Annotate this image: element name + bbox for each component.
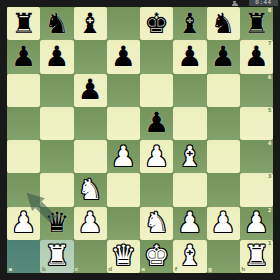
white-pawn: ♟ [207,207,240,240]
coord-file-a: a [9,267,13,273]
coord-rank-2: 2 [268,208,272,214]
coord-file-g: g [208,267,212,273]
square-f5[interactable] [173,107,206,140]
white-pawn: ♟ [140,140,173,173]
square-h3[interactable]: 3 [240,173,273,206]
white-rook: ♜ [240,240,273,273]
square-g6[interactable] [207,74,240,107]
black-pawn: ♟ [107,40,140,73]
coord-file-d: d [108,267,112,273]
square-g2[interactable]: ♟ [207,207,240,240]
square-b1[interactable]: ♜b [40,240,73,273]
square-c2[interactable]: ♟ [74,207,107,240]
square-e8[interactable]: ♚ [140,7,173,40]
square-g3[interactable] [207,173,240,206]
coord-rank-4: 4 [268,141,272,147]
white-queen: ♛ [107,240,140,273]
square-e7[interactable] [140,40,173,73]
coord-file-e: e [142,267,146,273]
white-king: ♚ [140,240,173,273]
coord-file-b: b [42,267,46,273]
square-h1[interactable]: ♜h1 [240,240,273,273]
square-e6[interactable] [140,74,173,107]
square-d7[interactable]: ♟ [107,40,140,73]
square-d2[interactable] [107,207,140,240]
square-h7[interactable]: ♟7 [240,40,273,73]
square-g4[interactable] [207,140,240,173]
square-b5[interactable] [40,107,73,140]
black-knight: ♞ [40,7,73,40]
white-pawn: ♟ [240,207,273,240]
square-d8[interactable] [107,7,140,40]
square-e1[interactable]: ♚e [140,240,173,273]
square-g5[interactable] [207,107,240,140]
square-b7[interactable]: ♟ [40,40,73,73]
square-f8[interactable]: ♝ [173,7,206,40]
square-c1[interactable]: c [74,240,107,273]
square-g1[interactable]: g [207,240,240,273]
square-c5[interactable] [74,107,107,140]
black-king: ♚ [140,7,173,40]
square-d6[interactable] [107,74,140,107]
square-h5[interactable]: 5 [240,107,273,140]
square-a7[interactable]: ♟ [7,40,40,73]
square-a2[interactable]: ♟ [7,207,40,240]
coord-rank-5: 5 [268,108,272,114]
square-a1[interactable]: a [7,240,40,273]
square-f3[interactable] [173,173,206,206]
black-pawn: ♟ [173,40,206,73]
square-c6[interactable]: ♟ [74,74,107,107]
coord-rank-3: 3 [268,174,272,180]
black-queen: ♛ [40,207,73,240]
square-h4[interactable]: 4 [240,140,273,173]
square-c3[interactable]: ♞ [74,173,107,206]
square-f6[interactable] [173,74,206,107]
square-c7[interactable] [74,40,107,73]
square-c4[interactable] [74,140,107,173]
square-c8[interactable]: ♝ [74,7,107,40]
square-a8[interactable]: ♜ [7,7,40,40]
white-pawn: ♟ [7,207,40,240]
square-b8[interactable]: ♞ [40,7,73,40]
square-g7[interactable]: ♟ [207,40,240,73]
white-pawn: ♟ [74,207,107,240]
coord-file-h: h [241,267,245,273]
white-bishop: ♝ [173,140,206,173]
black-rook: ♜ [7,7,40,40]
board: ♜♞♝♚♝♞♜8♟♟♟♟♟♟7♟6♟5♟♟♝4♞3♟♛♟♞♟♟♟2a♜bc♛d♚… [7,7,273,273]
square-d5[interactable] [107,107,140,140]
black-knight: ♞ [207,7,240,40]
square-a3[interactable] [7,173,40,206]
square-h2[interactable]: ♟2 [240,207,273,240]
white-knight: ♞ [140,207,173,240]
coord-rank-7: 7 [268,41,272,47]
black-pawn: ♟ [40,40,73,73]
square-h8[interactable]: ♜8 [240,7,273,40]
square-e4[interactable]: ♟ [140,140,173,173]
square-g8[interactable]: ♞ [207,7,240,40]
square-a4[interactable] [7,140,40,173]
player-bar: 0:44 [0,0,280,7]
black-pawn: ♟ [207,40,240,73]
square-e2[interactable]: ♞ [140,207,173,240]
square-a6[interactable] [7,74,40,107]
square-b3[interactable] [40,173,73,206]
square-d3[interactable] [107,173,140,206]
white-pawn: ♟ [173,207,206,240]
black-pawn: ♟ [140,107,173,140]
person-icon [231,1,238,6]
coord-file-f: f [175,267,177,273]
coord-rank-6: 6 [268,75,272,81]
square-a5[interactable] [7,107,40,140]
black-bishop: ♝ [173,7,206,40]
black-rook: ♜ [240,7,273,40]
square-h6[interactable]: 6 [240,74,273,107]
square-f4[interactable]: ♝ [173,140,206,173]
black-pawn: ♟ [74,74,107,107]
black-pawn: ♟ [240,40,273,73]
coord-file-c: c [75,267,78,273]
black-bishop: ♝ [74,7,107,40]
square-e3[interactable] [140,173,173,206]
square-b6[interactable] [40,74,73,107]
square-f7[interactable]: ♟ [173,40,206,73]
square-f1[interactable]: ♝f [173,240,206,273]
black-pawn: ♟ [7,40,40,73]
white-bishop: ♝ [173,240,206,273]
coord-rank-8: 8 [268,8,272,14]
white-rook: ♜ [40,240,73,273]
clock-time: 0:44 [249,0,278,6]
square-d1[interactable]: ♛d [107,240,140,273]
square-b2[interactable]: ♛ [40,207,73,240]
square-d4[interactable]: ♟ [107,140,140,173]
player-clock: 0:44 [249,0,278,6]
coord-rank-1: 1 [268,241,272,247]
square-f2[interactable]: ♟ [173,207,206,240]
white-knight: ♞ [74,173,107,206]
square-b4[interactable] [40,140,73,173]
white-pawn: ♟ [107,140,140,173]
square-e5[interactable]: ♟ [140,107,173,140]
